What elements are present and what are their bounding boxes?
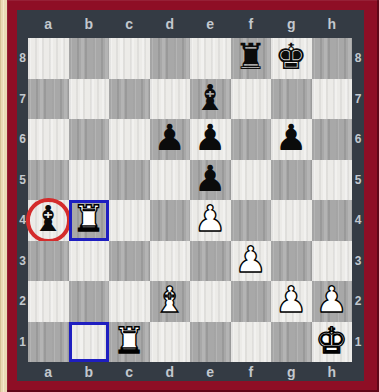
square-e6[interactable]: ♟	[190, 119, 231, 160]
square-c7[interactable]	[109, 79, 150, 120]
chess-diagram: abcdefgh abcdefgh 87654321 87654321 ♜♚♝♟…	[0, 0, 379, 392]
square-e5[interactable]: ♟	[190, 160, 231, 201]
file-label: a	[28, 362, 69, 381]
black-pawn-icon[interactable]: ♟	[275, 120, 307, 156]
square-f2[interactable]	[231, 281, 272, 322]
black-bishop-icon[interactable]: ♝	[32, 201, 64, 237]
square-e8[interactable]	[190, 38, 231, 79]
rank-label: 6	[17, 119, 28, 160]
file-label: b	[69, 10, 110, 38]
black-bishop-icon[interactable]: ♝	[194, 80, 226, 116]
square-h4[interactable]	[312, 200, 353, 241]
square-f7[interactable]	[231, 79, 272, 120]
file-label: a	[28, 10, 69, 38]
square-c5[interactable]	[109, 160, 150, 201]
square-f3[interactable]: ♟	[231, 241, 272, 282]
white-bishop-icon[interactable]: ♝	[154, 282, 186, 318]
square-h8[interactable]	[312, 38, 353, 79]
square-b2[interactable]	[69, 281, 110, 322]
square-g1[interactable]	[271, 322, 312, 363]
square-a5[interactable]	[28, 160, 69, 201]
square-d8[interactable]	[150, 38, 191, 79]
square-c6[interactable]	[109, 119, 150, 160]
square-g6[interactable]: ♟	[271, 119, 312, 160]
square-b8[interactable]	[69, 38, 110, 79]
chess-board: ♜♚♝♟♟♟♟♝♜♟♟♝♟♟♜♚	[28, 38, 352, 362]
square-f5[interactable]	[231, 160, 272, 201]
square-h6[interactable]	[312, 119, 353, 160]
rank-label: 3	[17, 241, 28, 282]
square-c1[interactable]: ♜	[109, 322, 150, 363]
square-b5[interactable]	[69, 160, 110, 201]
file-label: d	[150, 362, 191, 381]
black-pawn-icon[interactable]: ♟	[194, 120, 226, 156]
file-label: h	[312, 10, 353, 38]
square-d2[interactable]: ♝	[150, 281, 191, 322]
square-e3[interactable]	[190, 241, 231, 282]
square-d7[interactable]	[150, 79, 191, 120]
black-rook-icon[interactable]: ♜	[235, 39, 267, 75]
square-b7[interactable]	[69, 79, 110, 120]
square-a4[interactable]: ♝	[28, 200, 69, 241]
square-h3[interactable]	[312, 241, 353, 282]
square-a2[interactable]	[28, 281, 69, 322]
square-e2[interactable]	[190, 281, 231, 322]
rank-label: 8	[17, 38, 28, 79]
square-g7[interactable]	[271, 79, 312, 120]
square-f8[interactable]: ♜	[231, 38, 272, 79]
rank-label: 3	[352, 241, 364, 282]
square-a1[interactable]	[28, 322, 69, 363]
square-h2[interactable]: ♟	[312, 281, 353, 322]
rank-label: 5	[352, 160, 364, 201]
square-c8[interactable]	[109, 38, 150, 79]
square-b4[interactable]: ♜	[69, 200, 110, 241]
square-c2[interactable]	[109, 281, 150, 322]
square-h1[interactable]: ♚	[312, 322, 353, 363]
square-a3[interactable]	[28, 241, 69, 282]
file-label: g	[271, 362, 312, 381]
square-g8[interactable]: ♚	[271, 38, 312, 79]
white-pawn-icon[interactable]: ♟	[194, 201, 226, 237]
square-g2[interactable]: ♟	[271, 281, 312, 322]
square-a6[interactable]	[28, 119, 69, 160]
square-g4[interactable]	[271, 200, 312, 241]
rank-label: 7	[17, 79, 28, 120]
white-king-icon[interactable]: ♚	[316, 323, 348, 359]
black-king-icon[interactable]: ♚	[275, 39, 307, 75]
file-label: b	[69, 362, 110, 381]
black-pawn-icon[interactable]: ♟	[194, 161, 226, 197]
file-label: c	[109, 362, 150, 381]
white-pawn-icon[interactable]: ♟	[316, 282, 348, 318]
square-f6[interactable]	[231, 119, 272, 160]
square-a7[interactable]	[28, 79, 69, 120]
file-label: d	[150, 10, 191, 38]
white-pawn-icon[interactable]: ♟	[235, 242, 267, 278]
white-rook-icon[interactable]: ♜	[113, 323, 145, 359]
black-pawn-icon[interactable]: ♟	[154, 120, 186, 156]
square-d5[interactable]	[150, 160, 191, 201]
square-e4[interactable]: ♟	[190, 200, 231, 241]
rank-label: 8	[352, 38, 364, 79]
file-label: c	[109, 10, 150, 38]
white-rook-icon[interactable]: ♜	[73, 201, 105, 237]
square-f4[interactable]	[231, 200, 272, 241]
file-label: g	[271, 10, 312, 38]
square-h5[interactable]	[312, 160, 353, 201]
rank-label: 4	[17, 200, 28, 241]
file-label: e	[190, 10, 231, 38]
square-b3[interactable]	[69, 241, 110, 282]
square-g3[interactable]	[271, 241, 312, 282]
square-d3[interactable]	[150, 241, 191, 282]
file-label: e	[190, 362, 231, 381]
rank-labels-right: 87654321	[352, 38, 364, 362]
rank-label: 1	[352, 322, 364, 363]
square-h7[interactable]	[312, 79, 353, 120]
file-label: f	[231, 362, 272, 381]
square-c4[interactable]	[109, 200, 150, 241]
rank-labels-left: 87654321	[17, 38, 28, 362]
square-e7[interactable]: ♝	[190, 79, 231, 120]
rank-label: 7	[352, 79, 364, 120]
file-labels-top: abcdefgh	[28, 10, 352, 38]
square-a8[interactable]	[28, 38, 69, 79]
file-label: f	[231, 10, 272, 38]
rank-label: 2	[17, 281, 28, 322]
square-d1[interactable]	[150, 322, 191, 363]
file-label: h	[312, 362, 353, 381]
square-d6[interactable]: ♟	[150, 119, 191, 160]
rank-label: 2	[352, 281, 364, 322]
rank-label: 1	[17, 322, 28, 363]
square-c3[interactable]	[109, 241, 150, 282]
square-b6[interactable]	[69, 119, 110, 160]
square-d4[interactable]	[150, 200, 191, 241]
file-labels-bottom: abcdefgh	[28, 362, 352, 381]
square-g5[interactable]	[271, 160, 312, 201]
square-f1[interactable]	[231, 322, 272, 363]
square-b1[interactable]	[69, 322, 110, 363]
rank-label: 4	[352, 200, 364, 241]
square-e1[interactable]	[190, 322, 231, 363]
rank-label: 6	[352, 119, 364, 160]
rank-label: 5	[17, 160, 28, 201]
white-pawn-icon[interactable]: ♟	[275, 282, 307, 318]
